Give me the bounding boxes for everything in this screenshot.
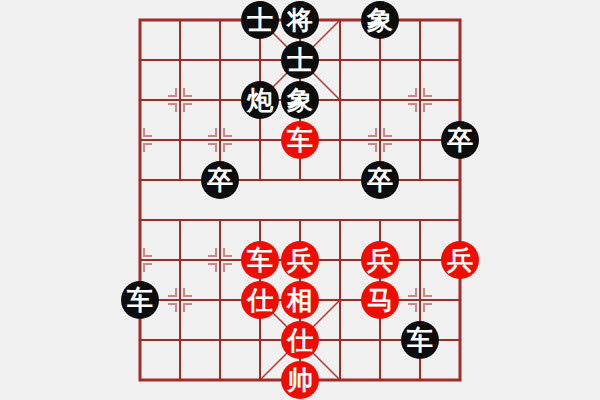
intersection-6-8[interactable]: [320, 280, 360, 320]
intersection-3-4[interactable]: [200, 120, 240, 160]
intersection-6-9[interactable]: [320, 320, 360, 360]
intersection-5-6[interactable]: [280, 200, 320, 240]
intersection-5-2[interactable]: 士: [280, 40, 320, 80]
intersection-3-9[interactable]: [200, 320, 240, 360]
intersection-3-2[interactable]: [200, 40, 240, 80]
black-general[interactable]: 将: [281, 1, 319, 39]
intersection-6-10[interactable]: [320, 360, 360, 400]
intersection-7-1[interactable]: 象: [360, 0, 400, 40]
xiangqi-board: 士将象士炮象车卒卒卒车兵兵兵车仕相马仕车帅: [0, 0, 600, 400]
black-soldier[interactable]: 卒: [201, 161, 239, 199]
intersection-9-5[interactable]: [440, 160, 480, 200]
intersection-9-9[interactable]: [440, 320, 480, 360]
intersection-4-1[interactable]: 士: [240, 0, 280, 40]
intersection-2-10[interactable]: [160, 360, 200, 400]
intersection-5-8[interactable]: 相: [280, 280, 320, 320]
red-advisor[interactable]: 仕: [241, 281, 279, 319]
red-chariot[interactable]: 车: [281, 121, 319, 159]
intersection-9-10[interactable]: [440, 360, 480, 400]
intersection-6-4[interactable]: [320, 120, 360, 160]
red-elephant[interactable]: 相: [281, 281, 319, 319]
red-chariot[interactable]: 车: [241, 241, 279, 279]
intersection-9-3[interactable]: [440, 80, 480, 120]
intersection-2-4[interactable]: [160, 120, 200, 160]
intersection-5-3[interactable]: 象: [280, 80, 320, 120]
intersection-8-10[interactable]: [400, 360, 440, 400]
intersection-2-7[interactable]: [160, 240, 200, 280]
intersection-8-2[interactable]: [400, 40, 440, 80]
intersection-2-2[interactable]: [160, 40, 200, 80]
intersection-4-2[interactable]: [240, 40, 280, 80]
intersection-6-6[interactable]: [320, 200, 360, 240]
intersection-3-8[interactable]: [200, 280, 240, 320]
intersection-1-4[interactable]: [120, 120, 160, 160]
intersection-1-7[interactable]: [120, 240, 160, 280]
intersection-5-4[interactable]: 车: [280, 120, 320, 160]
black-cannon[interactable]: 炮: [241, 81, 279, 119]
black-advisor[interactable]: 士: [281, 41, 319, 79]
intersection-9-8[interactable]: [440, 280, 480, 320]
intersection-7-2[interactable]: [360, 40, 400, 80]
black-soldier[interactable]: 卒: [361, 161, 399, 199]
intersection-7-4[interactable]: [360, 120, 400, 160]
intersection-2-1[interactable]: [160, 0, 200, 40]
red-soldier[interactable]: 兵: [441, 241, 479, 279]
intersection-6-7[interactable]: [320, 240, 360, 280]
black-chariot[interactable]: 车: [121, 281, 159, 319]
intersection-7-5[interactable]: 卒: [360, 160, 400, 200]
intersection-3-5[interactable]: 卒: [200, 160, 240, 200]
black-elephant[interactable]: 象: [361, 1, 399, 39]
intersection-3-7[interactable]: [200, 240, 240, 280]
intersection-5-5[interactable]: [280, 160, 320, 200]
intersection-5-7[interactable]: 兵: [280, 240, 320, 280]
intersection-7-6[interactable]: [360, 200, 400, 240]
red-horse[interactable]: 马: [361, 281, 399, 319]
black-chariot[interactable]: 车: [401, 321, 439, 359]
intersection-8-8[interactable]: [400, 280, 440, 320]
intersection-3-3[interactable]: [200, 80, 240, 120]
black-soldier[interactable]: 卒: [441, 121, 479, 159]
intersection-9-4[interactable]: 卒: [440, 120, 480, 160]
intersection-9-1[interactable]: [440, 0, 480, 40]
intersection-7-3[interactable]: [360, 80, 400, 120]
intersection-7-8[interactable]: 马: [360, 280, 400, 320]
intersection-3-10[interactable]: [200, 360, 240, 400]
intersection-7-7[interactable]: 兵: [360, 240, 400, 280]
intersection-1-2[interactable]: [120, 40, 160, 80]
intersection-1-10[interactable]: [120, 360, 160, 400]
intersection-4-4[interactable]: [240, 120, 280, 160]
intersection-4-6[interactable]: [240, 200, 280, 240]
intersection-8-5[interactable]: [400, 160, 440, 200]
intersection-4-9[interactable]: [240, 320, 280, 360]
intersection-7-10[interactable]: [360, 360, 400, 400]
intersection-6-2[interactable]: [320, 40, 360, 80]
intersection-4-5[interactable]: [240, 160, 280, 200]
intersection-9-7[interactable]: 兵: [440, 240, 480, 280]
intersection-5-10[interactable]: 帅: [280, 360, 320, 400]
intersection-7-9[interactable]: [360, 320, 400, 360]
intersection-2-5[interactable]: [160, 160, 200, 200]
intersection-1-8[interactable]: 车: [120, 280, 160, 320]
red-advisor[interactable]: 仕: [281, 321, 319, 359]
red-general[interactable]: 帅: [281, 361, 319, 399]
red-soldier[interactable]: 兵: [361, 241, 399, 279]
intersection-9-6[interactable]: [440, 200, 480, 240]
intersection-8-7[interactable]: [400, 240, 440, 280]
intersection-8-6[interactable]: [400, 200, 440, 240]
intersection-1-6[interactable]: [120, 200, 160, 240]
intersection-2-9[interactable]: [160, 320, 200, 360]
intersection-3-6[interactable]: [200, 200, 240, 240]
intersection-2-6[interactable]: [160, 200, 200, 240]
black-advisor[interactable]: 士: [241, 1, 279, 39]
intersection-8-9[interactable]: 车: [400, 320, 440, 360]
intersection-1-9[interactable]: [120, 320, 160, 360]
intersection-3-1[interactable]: [200, 0, 240, 40]
intersection-2-3[interactable]: [160, 80, 200, 120]
intersection-5-9[interactable]: 仕: [280, 320, 320, 360]
intersection-1-1[interactable]: [120, 0, 160, 40]
board-intersections: 士将象士炮象车卒卒卒车兵兵兵车仕相马仕车帅: [120, 0, 480, 400]
intersection-6-3[interactable]: [320, 80, 360, 120]
black-elephant[interactable]: 象: [281, 81, 319, 119]
intersection-8-3[interactable]: [400, 80, 440, 120]
intersection-4-10[interactable]: [240, 360, 280, 400]
intersection-1-5[interactable]: [120, 160, 160, 200]
intersection-4-8[interactable]: 仕: [240, 280, 280, 320]
intersection-9-2[interactable]: [440, 40, 480, 80]
intersection-6-1[interactable]: [320, 0, 360, 40]
intersection-8-1[interactable]: [400, 0, 440, 40]
intersection-6-5[interactable]: [320, 160, 360, 200]
intersection-8-4[interactable]: [400, 120, 440, 160]
intersection-5-1[interactable]: 将: [280, 0, 320, 40]
intersection-2-8[interactable]: [160, 280, 200, 320]
red-soldier[interactable]: 兵: [281, 241, 319, 279]
intersection-4-3[interactable]: 炮: [240, 80, 280, 120]
intersection-1-3[interactable]: [120, 80, 160, 120]
intersection-4-7[interactable]: 车: [240, 240, 280, 280]
